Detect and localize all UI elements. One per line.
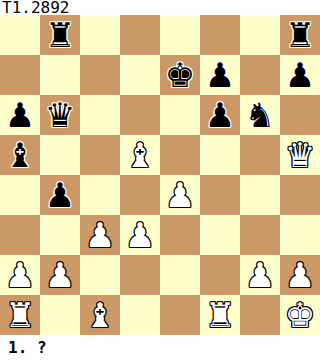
square-f7[interactable]: ♟: [200, 55, 240, 95]
square-b6[interactable]: ♛: [40, 95, 80, 135]
square-b3[interactable]: [40, 215, 80, 255]
white-pawn-icon[interactable]: ♟: [125, 218, 155, 252]
square-c7[interactable]: [80, 55, 120, 95]
square-e4[interactable]: ♟: [160, 175, 200, 215]
square-c5[interactable]: [80, 135, 120, 175]
black-rook-icon[interactable]: ♜: [45, 18, 75, 52]
square-c2[interactable]: [80, 255, 120, 295]
square-g8[interactable]: [240, 15, 280, 55]
square-c6[interactable]: [80, 95, 120, 135]
square-a2[interactable]: ♟: [0, 255, 40, 295]
black-bishop-icon[interactable]: ♝: [5, 138, 35, 172]
square-f2[interactable]: [200, 255, 240, 295]
square-a4[interactable]: [0, 175, 40, 215]
square-g5[interactable]: [240, 135, 280, 175]
black-knight-icon[interactable]: ♞: [245, 98, 275, 132]
square-g1[interactable]: [240, 295, 280, 335]
square-a8[interactable]: [0, 15, 40, 55]
black-pawn-icon[interactable]: ♟: [45, 178, 75, 212]
square-f4[interactable]: [200, 175, 240, 215]
square-f8[interactable]: [200, 15, 240, 55]
square-g3[interactable]: [240, 215, 280, 255]
black-rook-icon[interactable]: ♜: [285, 18, 315, 52]
black-pawn-icon[interactable]: ♟: [205, 98, 235, 132]
square-e2[interactable]: [160, 255, 200, 295]
square-b7[interactable]: [40, 55, 80, 95]
square-a3[interactable]: [0, 215, 40, 255]
square-c1[interactable]: ♝: [80, 295, 120, 335]
square-g7[interactable]: [240, 55, 280, 95]
white-rook-icon[interactable]: ♜: [5, 298, 35, 332]
square-e7[interactable]: ♚: [160, 55, 200, 95]
white-bishop-icon[interactable]: ♝: [85, 298, 115, 332]
square-h3[interactable]: [280, 215, 320, 255]
move-prompt: 1. ?: [0, 335, 320, 360]
square-e3[interactable]: [160, 215, 200, 255]
square-d8[interactable]: [120, 15, 160, 55]
square-h2[interactable]: ♟: [280, 255, 320, 295]
white-pawn-icon[interactable]: ♟: [245, 258, 275, 292]
square-h7[interactable]: ♟: [280, 55, 320, 95]
black-pawn-icon[interactable]: ♟: [285, 58, 315, 92]
window-title: T1.2892: [0, 0, 320, 15]
black-queen-icon[interactable]: ♛: [45, 98, 75, 132]
chess-board: ♜♜♚♟♟♟♛♟♞♝♝♛♟♟♟♟♟♟♟♟♜♝♜♚: [0, 15, 320, 335]
square-f1[interactable]: ♜: [200, 295, 240, 335]
square-h1[interactable]: ♚: [280, 295, 320, 335]
square-a5[interactable]: ♝: [0, 135, 40, 175]
black-king-icon[interactable]: ♚: [165, 58, 195, 92]
square-d2[interactable]: [120, 255, 160, 295]
white-pawn-icon[interactable]: ♟: [45, 258, 75, 292]
square-f5[interactable]: [200, 135, 240, 175]
square-g4[interactable]: [240, 175, 280, 215]
square-b4[interactable]: ♟: [40, 175, 80, 215]
square-a6[interactable]: ♟: [0, 95, 40, 135]
square-g6[interactable]: ♞: [240, 95, 280, 135]
square-h8[interactable]: ♜: [280, 15, 320, 55]
square-h4[interactable]: [280, 175, 320, 215]
square-e1[interactable]: [160, 295, 200, 335]
black-pawn-icon[interactable]: ♟: [5, 98, 35, 132]
square-b2[interactable]: ♟: [40, 255, 80, 295]
chess-puzzle-window: T1.2892 ♜♜♚♟♟♟♛♟♞♝♝♛♟♟♟♟♟♟♟♟♜♝♜♚ 1. ?: [0, 0, 320, 360]
square-e8[interactable]: [160, 15, 200, 55]
white-pawn-icon[interactable]: ♟: [85, 218, 115, 252]
square-a7[interactable]: [0, 55, 40, 95]
square-e5[interactable]: [160, 135, 200, 175]
square-b5[interactable]: [40, 135, 80, 175]
white-king-icon[interactable]: ♚: [285, 298, 315, 332]
square-b1[interactable]: [40, 295, 80, 335]
square-d3[interactable]: ♟: [120, 215, 160, 255]
square-c4[interactable]: [80, 175, 120, 215]
square-g2[interactable]: ♟: [240, 255, 280, 295]
white-rook-icon[interactable]: ♜: [205, 298, 235, 332]
white-queen-icon[interactable]: ♛: [285, 138, 315, 172]
square-b8[interactable]: ♜: [40, 15, 80, 55]
square-h5[interactable]: ♛: [280, 135, 320, 175]
square-d6[interactable]: [120, 95, 160, 135]
white-pawn-icon[interactable]: ♟: [5, 258, 35, 292]
white-bishop-icon[interactable]: ♝: [125, 138, 155, 172]
square-a1[interactable]: ♜: [0, 295, 40, 335]
square-e6[interactable]: [160, 95, 200, 135]
square-d5[interactable]: ♝: [120, 135, 160, 175]
square-f6[interactable]: ♟: [200, 95, 240, 135]
white-pawn-icon[interactable]: ♟: [165, 178, 195, 212]
square-d7[interactable]: [120, 55, 160, 95]
square-h6[interactable]: [280, 95, 320, 135]
square-f3[interactable]: [200, 215, 240, 255]
square-d1[interactable]: [120, 295, 160, 335]
square-c3[interactable]: ♟: [80, 215, 120, 255]
square-d4[interactable]: [120, 175, 160, 215]
white-pawn-icon[interactable]: ♟: [285, 258, 315, 292]
square-c8[interactable]: [80, 15, 120, 55]
black-pawn-icon[interactable]: ♟: [205, 58, 235, 92]
